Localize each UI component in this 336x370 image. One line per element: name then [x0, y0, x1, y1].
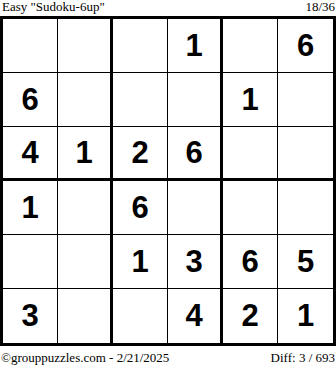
sudoku-cell-r4c3[interactable]: 6: [113, 181, 168, 235]
sudoku-cell-r1c5[interactable]: [223, 19, 278, 73]
difficulty-text: Diff: 3 / 693: [271, 351, 335, 365]
sudoku-cell-r4c1[interactable]: 1: [3, 181, 58, 235]
sudoku-board: 166141261613653421: [0, 16, 336, 346]
sudoku-cell-r3c3[interactable]: 2: [113, 127, 168, 181]
sudoku-cell-r1c3[interactable]: [113, 19, 168, 73]
sudoku-cell-r5c4[interactable]: 3: [168, 235, 223, 289]
sudoku-cell-r5c3[interactable]: 1: [113, 235, 168, 289]
givens-count: 18/36: [305, 0, 335, 14]
sudoku-cell-r3c4[interactable]: 6: [168, 127, 223, 181]
sudoku-cell-r6c4[interactable]: 4: [168, 289, 223, 343]
sudoku-cell-r5c2[interactable]: [58, 235, 113, 289]
sudoku-cell-r4c2[interactable]: [58, 181, 113, 235]
puzzle-title: Easy "Sudoku-6up": [2, 0, 105, 14]
copyright-date-text: ©grouppuzzles.com - 2/21/2025: [1, 351, 169, 365]
sudoku-cell-r4c5[interactable]: [223, 181, 278, 235]
sudoku-cell-r6c1[interactable]: 3: [3, 289, 58, 343]
sudoku-cell-r5c1[interactable]: [3, 235, 58, 289]
sudoku-cell-r1c6[interactable]: 6: [278, 19, 333, 73]
sudoku-cell-r3c2[interactable]: 1: [58, 127, 113, 181]
sudoku-cell-r2c6[interactable]: [278, 73, 333, 127]
sudoku-cell-r3c1[interactable]: 4: [3, 127, 58, 181]
sudoku-cell-r2c2[interactable]: [58, 73, 113, 127]
sudoku-cell-r1c2[interactable]: [58, 19, 113, 73]
sudoku-cell-r3c5[interactable]: [223, 127, 278, 181]
sudoku-cell-r5c5[interactable]: 6: [223, 235, 278, 289]
sudoku-cell-r6c5[interactable]: 2: [223, 289, 278, 343]
sudoku-cell-r6c2[interactable]: [58, 289, 113, 343]
sudoku-cell-r2c5[interactable]: 1: [223, 73, 278, 127]
header: Easy "Sudoku-6up" 18/36: [0, 0, 336, 16]
sudoku-cell-r6c6[interactable]: 1: [278, 289, 333, 343]
sudoku-cell-r1c4[interactable]: 1: [168, 19, 223, 73]
sudoku-cell-r1c1[interactable]: [3, 19, 58, 73]
sudoku-cell-r2c4[interactable]: [168, 73, 223, 127]
sudoku-cell-r6c3[interactable]: [113, 289, 168, 343]
sudoku-cell-r5c6[interactable]: 5: [278, 235, 333, 289]
sudoku-cell-r2c1[interactable]: 6: [3, 73, 58, 127]
sudoku-cell-r4c4[interactable]: [168, 181, 223, 235]
sudoku-cell-r2c3[interactable]: [113, 73, 168, 127]
sudoku-cell-r3c6[interactable]: [278, 127, 333, 181]
footer: ©grouppuzzles.com - 2/21/2025 Diff: 3 / …: [0, 346, 336, 365]
sudoku-page: Easy "Sudoku-6up" 18/36 1661412616136534…: [0, 0, 336, 370]
sudoku-cell-r4c6[interactable]: [278, 181, 333, 235]
